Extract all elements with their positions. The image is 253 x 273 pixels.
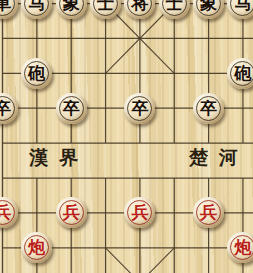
piece-black-soldier[interactable]: 卒 (0, 93, 18, 124)
piece-glyph: 将 (124, 0, 155, 19)
piece-black-advisor[interactable]: 士 (90, 0, 121, 19)
piece-glyph: 炮 (21, 232, 52, 263)
piece-red-soldier[interactable]: 兵 (56, 197, 87, 228)
piece-black-cannon[interactable]: 砲 (227, 58, 253, 89)
piece-glyph: 砲 (227, 58, 253, 89)
piece-glyph: 兵 (193, 197, 224, 228)
piece-glyph: 兵 (56, 197, 87, 228)
piece-red-cannon[interactable]: 炮 (21, 232, 52, 263)
piece-red-soldier[interactable]: 兵 (124, 197, 155, 228)
piece-black-elephant[interactable]: 象 (56, 0, 87, 19)
piece-black-soldier[interactable]: 卒 (56, 93, 87, 124)
piece-red-soldier[interactable]: 兵 (0, 197, 18, 228)
piece-black-elephant[interactable]: 象 (193, 0, 224, 19)
piece-black-chariot[interactable]: 車 (0, 0, 18, 19)
piece-glyph: 兵 (124, 197, 155, 228)
river-label-hanjie: 漢界 (29, 145, 89, 169)
piece-black-horse[interactable]: 马 (21, 0, 52, 19)
piece-glyph: 車 (0, 0, 18, 19)
piece-glyph: 卒 (0, 93, 18, 124)
piece-glyph: 炮 (227, 232, 253, 263)
piece-glyph: 马 (227, 0, 253, 19)
piece-glyph: 兵 (0, 197, 18, 228)
piece-glyph: 卒 (124, 93, 155, 124)
piece-red-soldier[interactable]: 兵 (193, 197, 224, 228)
piece-glyph: 卒 (193, 93, 224, 124)
piece-glyph: 士 (90, 0, 121, 19)
piece-glyph: 象 (193, 0, 224, 19)
piece-red-cannon[interactable]: 炮 (227, 232, 253, 263)
piece-black-advisor[interactable]: 士 (159, 0, 190, 19)
piece-black-horse[interactable]: 马 (227, 0, 253, 19)
piece-black-general[interactable]: 将 (124, 0, 155, 19)
piece-glyph: 马 (21, 0, 52, 19)
piece-black-soldier[interactable]: 卒 (193, 93, 224, 124)
piece-black-soldier[interactable]: 卒 (124, 93, 155, 124)
piece-glyph: 砲 (21, 58, 52, 89)
piece-glyph: 士 (159, 0, 190, 19)
piece-glyph: 卒 (56, 93, 87, 124)
xiangqi-board: 漢界 楚河 車马象士将士象马車砲砲卒卒卒卒卒兵兵兵兵兵炮炮車马相仕帅仕相马車 (0, 0, 253, 273)
piece-glyph: 象 (56, 0, 87, 19)
river-label-chuhe: 楚河 (189, 145, 249, 169)
piece-black-cannon[interactable]: 砲 (21, 58, 52, 89)
